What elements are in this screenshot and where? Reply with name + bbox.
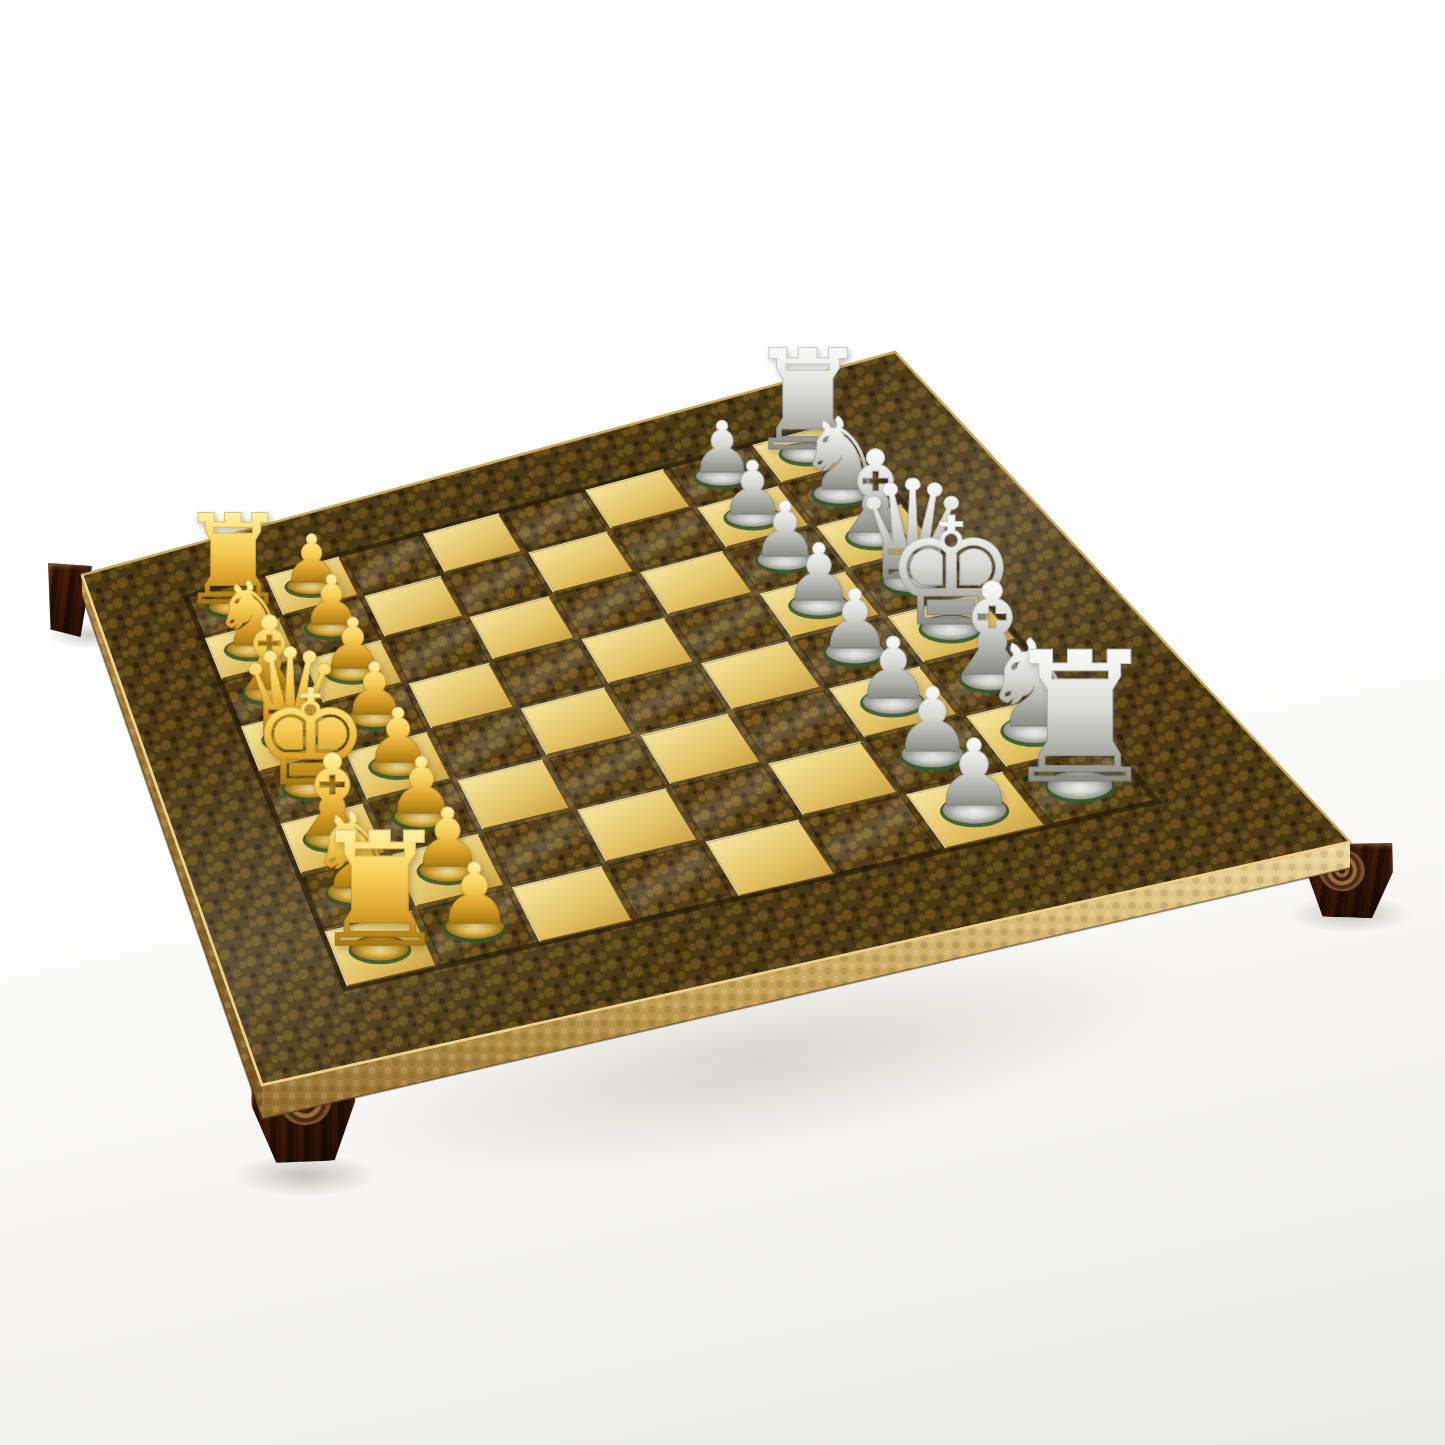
piece-black-pawn-h7[interactable]: ♟ xyxy=(882,728,1066,820)
photo-stage: ♜♟♞♟♝♟♛♟♟♜♟♚♞♟♟♝♝♟♟♞♛♟♟♜♚♟♟♝♟♞♟♜ xyxy=(0,0,1445,1445)
piece-white-rook-h1[interactable]: ♜ xyxy=(222,811,538,969)
